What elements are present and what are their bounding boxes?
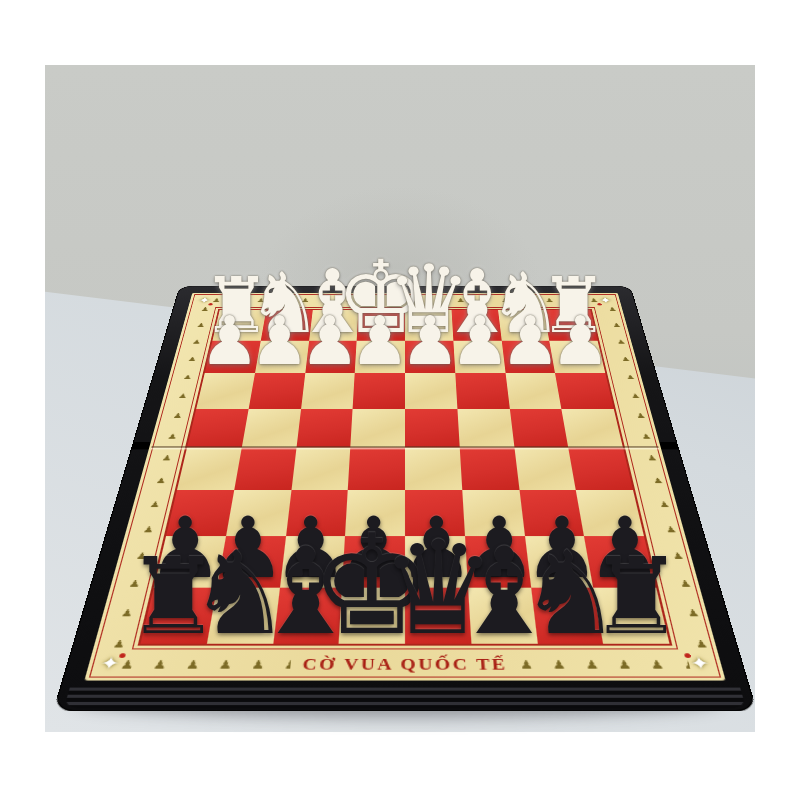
scene: ♟ ♟ ♟ ♟ ♟ ♟ ♟ ♟ ♟ ♟ ♟ ♟ ♟ ♟ ♟ ♟ ♟ ♟ ♟ ♟ … [0, 0, 800, 800]
hinge-notch-right-icon [659, 442, 679, 450]
square-c8 [468, 587, 537, 644]
fold-hinge-line [151, 446, 660, 449]
square-g1 [261, 310, 313, 340]
square-d2 [405, 340, 455, 373]
square-g2 [255, 340, 309, 373]
square-e6 [345, 490, 405, 536]
square-d1 [405, 310, 453, 340]
square-g4 [242, 409, 301, 448]
square-a4 [562, 409, 623, 448]
square-a7 [584, 536, 656, 587]
square-h6 [166, 490, 234, 536]
square-e4 [351, 409, 405, 448]
square-c5 [459, 448, 519, 490]
square-e1 [357, 310, 405, 340]
square-a5 [568, 448, 633, 490]
square-h7 [154, 536, 226, 587]
square-d4 [405, 409, 459, 448]
square-f5 [291, 448, 351, 490]
square-d5 [405, 448, 462, 490]
square-g7 [217, 536, 286, 587]
frame-ridge-texture [64, 688, 746, 709]
square-f4 [296, 409, 353, 448]
square-f2 [305, 340, 357, 373]
square-g5 [234, 448, 296, 490]
square-d6 [405, 490, 465, 536]
square-b7 [524, 536, 593, 587]
square-b6 [519, 490, 584, 536]
board-label: CỜ VUA QUỐC TẾ [302, 656, 509, 674]
square-a2 [549, 340, 605, 373]
pawn-ornament-row-icon: ♟ ♟ ♟ ♟ ♟ ♟ ♟ ♟ ♟ ♟ [118, 653, 292, 676]
square-e8 [339, 587, 405, 644]
square-c6 [462, 490, 524, 536]
square-g6 [226, 490, 291, 536]
square-f3 [301, 373, 355, 409]
square-b4 [509, 409, 568, 448]
square-f8 [273, 587, 342, 644]
square-a8 [593, 587, 669, 644]
square-f1 [309, 310, 359, 340]
square-h3 [196, 373, 255, 409]
square-c3 [455, 373, 509, 409]
square-e5 [348, 448, 405, 490]
square-b3 [505, 373, 561, 409]
corner-ornament-icon: ✦ [90, 651, 129, 676]
square-a1 [544, 310, 598, 340]
corner-ornament-icon: ✦ [192, 295, 217, 307]
square-f7 [279, 536, 345, 587]
square-h4 [187, 409, 248, 448]
square-c4 [457, 409, 514, 448]
square-d3 [405, 373, 457, 409]
square-e3 [353, 373, 405, 409]
play-grid [138, 309, 673, 646]
square-b8 [531, 587, 604, 644]
pawn-ornament-row-icon: ♟ ♟ ♟ ♟ ♟ ♟ ♟ ♟ ♟ ♟ [519, 653, 693, 676]
square-c2 [453, 340, 505, 373]
square-e7 [342, 536, 405, 587]
square-g8 [207, 587, 280, 644]
square-d8 [405, 587, 471, 644]
square-h5 [177, 448, 242, 490]
square-f6 [286, 490, 348, 536]
square-h8 [141, 587, 217, 644]
square-b5 [514, 448, 576, 490]
ornament-strip-bottom: ♟ ♟ ♟ ♟ ♟ ♟ ♟ ♟ ♟ ♟ CỜ VUA QUỐC TẾ ♟ ♟ ♟… [118, 653, 692, 676]
corner-ornament-icon: ✦ [593, 295, 618, 307]
board-sheet: ♟ ♟ ♟ ♟ ♟ ♟ ♟ ♟ ♟ ♟ ♟ ♟ ♟ ♟ ♟ ♟ ♟ ♟ ♟ ♟ … [84, 293, 725, 681]
square-a6 [576, 490, 644, 536]
ornament-strip-top: ♟ ♟ ♟ ♟ ♟ ♟ ♟ ♟ ♟ ♟ ♟ ♟ ♟ ♟ ♟ ♟ ♟ ♟ ♟ ♟ … [211, 296, 600, 306]
square-e2 [355, 340, 405, 373]
corner-ornament-icon: ✦ [681, 651, 720, 676]
square-c1 [451, 310, 501, 340]
square-h2 [205, 340, 261, 373]
square-a3 [555, 373, 614, 409]
square-d7 [405, 536, 468, 587]
square-g3 [248, 373, 304, 409]
square-b1 [498, 310, 550, 340]
square-h1 [212, 310, 266, 340]
square-b2 [501, 340, 555, 373]
square-c7 [465, 536, 531, 587]
